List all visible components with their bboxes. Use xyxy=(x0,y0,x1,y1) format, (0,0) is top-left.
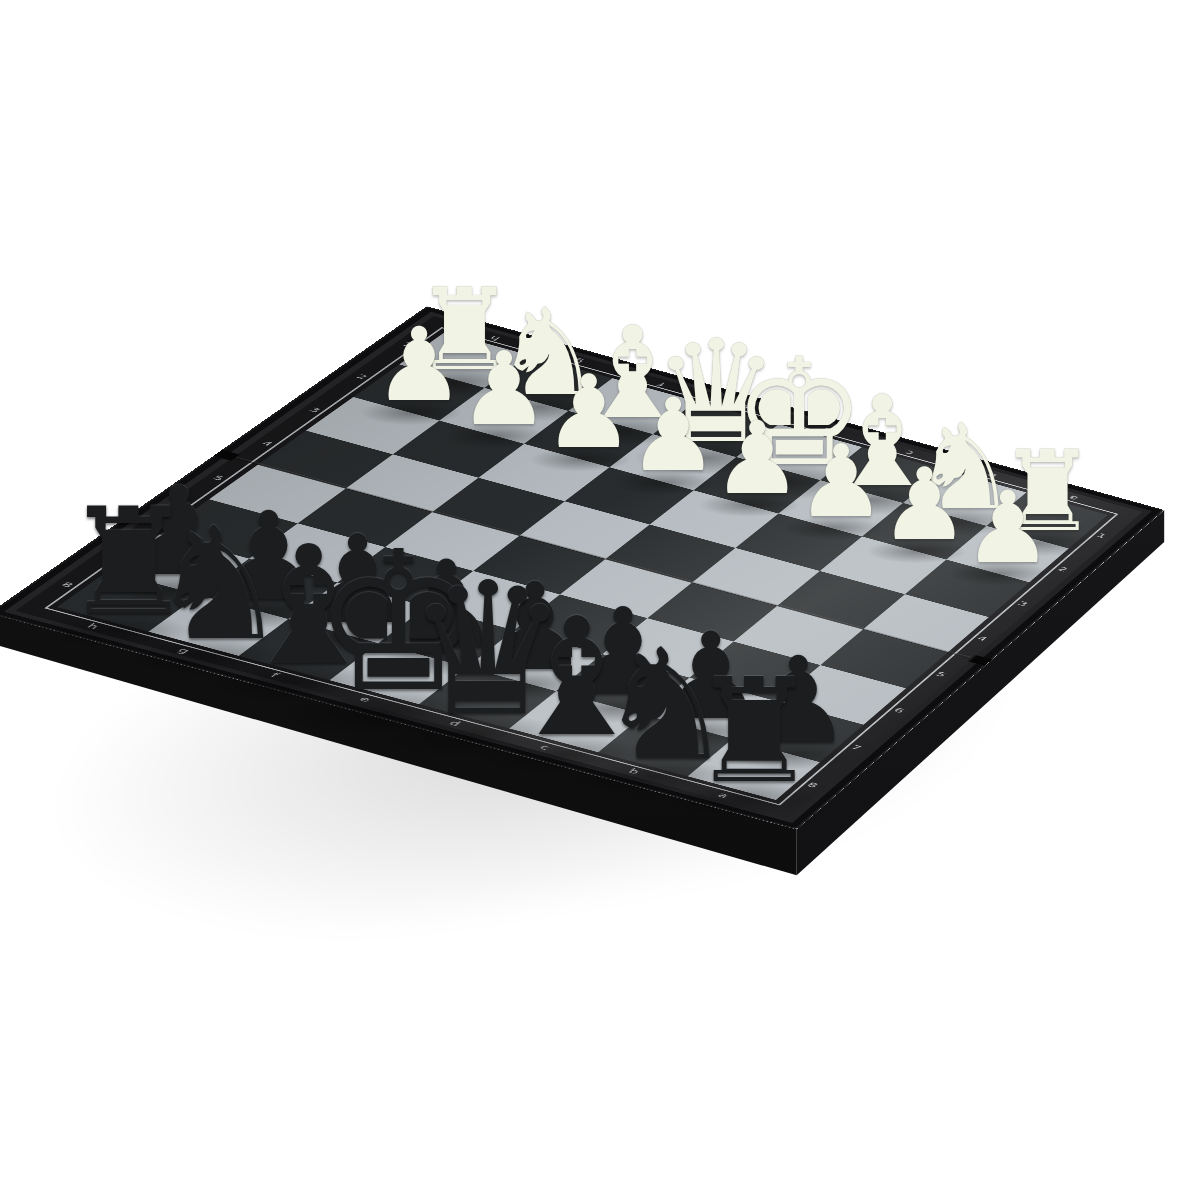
piece-wP-f2[interactable]: ♟ xyxy=(543,362,634,463)
piece-wP-b2[interactable]: ♟ xyxy=(880,455,969,555)
product-photo-stage: hgfedcba hgfedcba 12345678 12345678 ♜♞♝♛… xyxy=(0,0,1200,1200)
piece-wP-a2[interactable]: ♟ xyxy=(963,478,1052,577)
piece-wP-h2[interactable]: ♟ xyxy=(373,315,464,417)
piece-wP-d2[interactable]: ♟ xyxy=(712,409,802,509)
piece-bR-a8[interactable]: ♜ xyxy=(690,660,819,804)
piece-wP-g2[interactable]: ♟ xyxy=(459,338,550,440)
piece-wP-c2[interactable]: ♟ xyxy=(796,432,886,532)
piece-wP-e2[interactable]: ♟ xyxy=(628,385,718,486)
